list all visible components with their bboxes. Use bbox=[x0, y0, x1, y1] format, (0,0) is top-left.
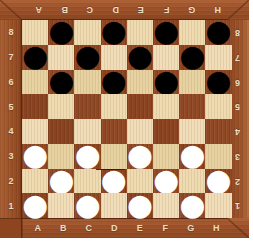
square-f1[interactable] bbox=[153, 193, 179, 218]
square-a7[interactable]: ● bbox=[22, 45, 48, 70]
piece-white-f2[interactable]: ● bbox=[153, 168, 179, 192]
board-grid: ●●●●●●●●●●●●●●●●●●●●●●●● bbox=[22, 20, 226, 218]
piece-white-d2[interactable]: ● bbox=[101, 168, 127, 192]
piece-white-g3[interactable]: ● bbox=[179, 143, 205, 167]
piece-black-f8[interactable]: ● bbox=[153, 19, 179, 43]
piece-black-b8[interactable]: ● bbox=[48, 19, 74, 43]
piece-black-h6[interactable]: ● bbox=[205, 69, 231, 93]
piece-black-g7[interactable]: ● bbox=[179, 44, 205, 68]
file-label-bottom-f: F bbox=[153, 218, 179, 238]
frame-corner-block bbox=[0, 218, 22, 238]
square-h6[interactable]: ● bbox=[205, 70, 231, 95]
screenshot: A B C D E F G H A B C D E F G H 8 7 6 5 … bbox=[0, 0, 253, 242]
square-h1[interactable] bbox=[205, 193, 231, 218]
square-h5[interactable] bbox=[205, 94, 231, 119]
square-b6[interactable]: ● bbox=[48, 70, 74, 95]
piece-white-c3[interactable]: ● bbox=[74, 143, 100, 167]
square-g3[interactable]: ● bbox=[179, 144, 205, 169]
square-d8[interactable]: ● bbox=[101, 20, 127, 45]
square-e6[interactable] bbox=[127, 70, 153, 95]
piece-white-e3[interactable]: ● bbox=[127, 143, 153, 167]
square-d5[interactable] bbox=[101, 94, 127, 119]
file-label-bottom-h: H bbox=[204, 218, 230, 238]
rank-label-left-8: 8 bbox=[0, 20, 22, 45]
square-g5[interactable] bbox=[179, 94, 205, 119]
rank-label-left-4: 4 bbox=[0, 119, 22, 144]
square-e1[interactable]: ● bbox=[127, 193, 153, 218]
square-a5[interactable] bbox=[22, 94, 48, 119]
square-b2[interactable]: ● bbox=[48, 169, 74, 194]
square-c3[interactable]: ● bbox=[74, 144, 100, 169]
piece-black-b6[interactable]: ● bbox=[48, 69, 74, 93]
rank-label-left-6: 6 bbox=[0, 70, 22, 95]
piece-black-c7[interactable]: ● bbox=[74, 44, 100, 68]
square-c1[interactable]: ● bbox=[74, 193, 100, 218]
square-c6[interactable] bbox=[74, 70, 100, 95]
square-c7[interactable]: ● bbox=[74, 45, 100, 70]
square-b8[interactable]: ● bbox=[48, 20, 74, 45]
piece-white-h2[interactable]: ● bbox=[205, 168, 231, 192]
square-g1[interactable]: ● bbox=[179, 193, 205, 218]
square-e5[interactable] bbox=[127, 94, 153, 119]
square-e3[interactable]: ● bbox=[127, 144, 153, 169]
piece-black-a7[interactable]: ● bbox=[22, 44, 48, 68]
rank-label-left-2: 2 bbox=[0, 169, 22, 194]
square-a6[interactable] bbox=[22, 70, 48, 95]
square-a1[interactable]: ● bbox=[22, 193, 48, 218]
rank-label-left-7: 7 bbox=[0, 45, 22, 70]
piece-white-c1[interactable]: ● bbox=[74, 193, 100, 217]
piece-white-a3[interactable]: ● bbox=[22, 143, 48, 167]
square-g7[interactable]: ● bbox=[179, 45, 205, 70]
piece-white-g1[interactable]: ● bbox=[179, 193, 205, 217]
piece-black-e7[interactable]: ● bbox=[127, 44, 153, 68]
square-d2[interactable]: ● bbox=[101, 169, 127, 194]
piece-black-d8[interactable]: ● bbox=[101, 19, 127, 43]
square-h4[interactable] bbox=[205, 119, 231, 144]
square-f5[interactable] bbox=[153, 94, 179, 119]
piece-white-b2[interactable]: ● bbox=[48, 168, 74, 192]
square-d4[interactable] bbox=[101, 119, 127, 144]
square-f2[interactable]: ● bbox=[153, 169, 179, 194]
square-b5[interactable] bbox=[48, 94, 74, 119]
rank-labels-left: 8 7 6 5 4 3 2 1 bbox=[0, 20, 22, 218]
square-f6[interactable]: ● bbox=[153, 70, 179, 95]
square-g6[interactable] bbox=[179, 70, 205, 95]
square-e7[interactable]: ● bbox=[127, 45, 153, 70]
piece-black-f6[interactable]: ● bbox=[153, 69, 179, 93]
checkers-board: A B C D E F G H A B C D E F G H 8 7 6 5 … bbox=[0, 0, 249, 238]
file-label-top-g: G bbox=[179, 0, 205, 20]
square-d6[interactable]: ● bbox=[101, 70, 127, 95]
piece-white-e1[interactable]: ● bbox=[127, 193, 153, 217]
square-c5[interactable] bbox=[74, 94, 100, 119]
square-h8[interactable]: ● bbox=[205, 20, 231, 45]
square-f8[interactable]: ● bbox=[153, 20, 179, 45]
rank-label-left-1: 1 bbox=[0, 193, 22, 218]
piece-black-d6[interactable]: ● bbox=[101, 69, 127, 93]
square-f4[interactable] bbox=[153, 119, 179, 144]
piece-black-h8[interactable]: ● bbox=[205, 19, 231, 43]
square-d1[interactable] bbox=[101, 193, 127, 218]
square-b1[interactable] bbox=[48, 193, 74, 218]
rank-label-left-5: 5 bbox=[0, 94, 22, 119]
file-label-bottom-b: B bbox=[51, 218, 77, 238]
square-a3[interactable]: ● bbox=[22, 144, 48, 169]
file-label-top-e: E bbox=[128, 0, 154, 20]
file-label-bottom-d: D bbox=[102, 218, 128, 238]
square-h2[interactable]: ● bbox=[205, 169, 231, 194]
rank-label-left-3: 3 bbox=[0, 144, 22, 169]
square-b4[interactable] bbox=[48, 119, 74, 144]
file-label-top-c: C bbox=[77, 0, 103, 20]
piece-white-a1[interactable]: ● bbox=[22, 193, 48, 217]
